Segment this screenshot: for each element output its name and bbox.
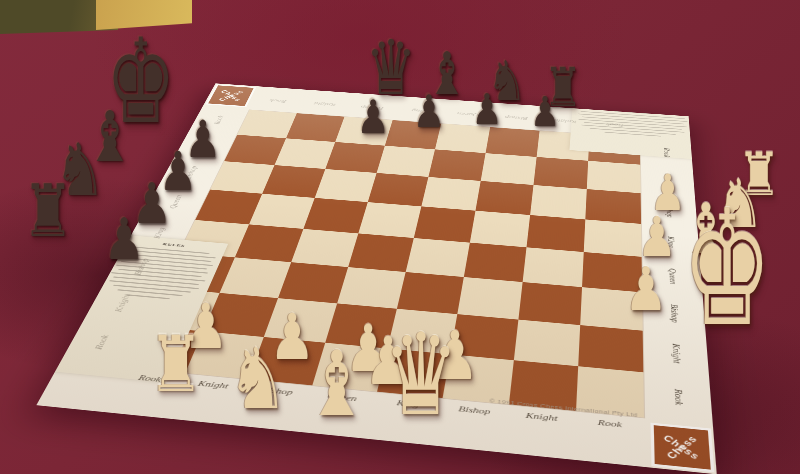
square-d8 [385, 120, 441, 149]
corner-logo-square-far: Chess Chess [205, 84, 256, 107]
square-g5 [527, 215, 586, 252]
square-h3 [580, 287, 642, 331]
square-h6 [585, 189, 641, 224]
edge-label-bishop: Bishop [492, 114, 541, 122]
square-f5 [470, 211, 530, 248]
edge-label-queen: Queen [162, 187, 188, 218]
square-d2 [325, 303, 397, 348]
square-e3 [397, 272, 464, 314]
square-d5 [358, 202, 421, 238]
square-e6 [421, 177, 480, 211]
edge-label-knight: Knight [180, 377, 247, 392]
edge-label-knight: Knight [193, 132, 216, 159]
edge-label-bishop: Bishop [178, 158, 202, 187]
square-g4 [523, 247, 584, 287]
edge-label-rook: Rook [575, 415, 644, 431]
square-e4 [406, 238, 470, 277]
square-f7 [481, 153, 537, 185]
edge-label-knight: Knight [670, 333, 684, 376]
square-c4 [291, 229, 358, 267]
edge-label-rook: Rook [662, 139, 673, 167]
square-f2 [450, 314, 518, 360]
square-f4 [464, 243, 527, 282]
square-g6 [530, 185, 587, 219]
cross-chess-logo: Chess Chess [651, 427, 713, 468]
edge-label-knight: Knight [507, 409, 575, 424]
square-d3 [337, 267, 406, 309]
square-f8 [486, 127, 540, 157]
edge-label-rook: Rook [254, 97, 303, 105]
square-c5 [303, 198, 367, 234]
square-e5 [414, 206, 476, 242]
square-f3 [457, 277, 522, 320]
board-perspective-scene: Chess Chess Chess Chess RULES RookRookRo… [49, 29, 753, 446]
square-c6 [315, 169, 377, 202]
edge-label-rook: Rook [207, 107, 229, 132]
square-g3 [518, 282, 582, 325]
cross-chess-logo: Chess Chess [210, 86, 253, 105]
square-g2 [514, 320, 580, 367]
edge-label-queen: Queen [667, 258, 680, 295]
square-e7 [428, 149, 485, 181]
edge-label-queen: Queen [443, 111, 492, 119]
square-c7 [325, 142, 385, 173]
square-c3 [278, 262, 348, 303]
square-d4 [348, 233, 414, 272]
square-d1 [312, 343, 387, 392]
edge-label-bishop: Bishop [669, 294, 682, 334]
edge-label-knight: Knight [663, 166, 674, 195]
square-c8 [335, 117, 392, 146]
edge-label-knight: Knight [300, 101, 349, 109]
square-h7 [587, 161, 641, 193]
square-e8 [435, 124, 490, 154]
edge-label-king: King [395, 107, 444, 115]
edge-label-rook: Rook [672, 374, 687, 421]
edge-label-king: King [666, 225, 678, 259]
edge-label-bishop: Bishop [244, 383, 311, 398]
square-h5 [584, 219, 642, 256]
square-d6 [368, 173, 429, 206]
edge-label-queen: Queen [309, 390, 377, 405]
edge-label-king: King [374, 396, 442, 411]
square-d7 [377, 146, 435, 177]
edge-label-rook: Rook [117, 371, 184, 385]
edge-label-bishop: Bishop [664, 195, 676, 227]
photo-scene: Chess Chess Chess Chess RULES RookRookRo… [0, 0, 800, 474]
square-h2 [578, 325, 643, 372]
edge-label-bishop: Bishop [348, 104, 397, 112]
square-e2 [387, 309, 457, 355]
corner-logo-square-near: Chess Chess [651, 423, 715, 473]
blurred-text-line [126, 294, 170, 299]
chessboard-sheet: Chess Chess Chess Chess RULES RookRookRo… [36, 83, 716, 474]
square-f6 [475, 181, 533, 215]
rules-text-block-right [569, 106, 696, 159]
square-g7 [533, 157, 588, 189]
square-h4 [582, 252, 642, 292]
edge-label-bishop: Bishop [440, 402, 508, 417]
